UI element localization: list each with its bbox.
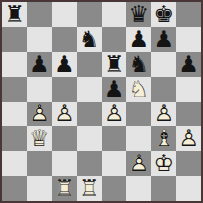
square-h2[interactable] — [176, 151, 201, 176]
square-g2[interactable]: ♚♔ — [151, 151, 176, 176]
square-g3[interactable]: ♝♗ — [151, 126, 176, 151]
white-pawn-outline: ♙ — [129, 152, 150, 175]
square-a1[interactable] — [2, 176, 27, 201]
white-pawn[interactable]: ♟♙ — [104, 102, 125, 125]
black-pawn[interactable]: ♟ — [129, 28, 150, 51]
square-b4[interactable]: ♟♙ — [27, 102, 52, 127]
square-f1[interactable] — [126, 176, 151, 201]
square-d1[interactable]: ♜♖ — [77, 176, 102, 201]
white-rook[interactable]: ♜♖ — [54, 177, 75, 200]
square-b7[interactable] — [27, 27, 52, 52]
square-g7[interactable]: ♟ — [151, 27, 176, 52]
square-e4[interactable]: ♟♙ — [102, 102, 127, 127]
square-a6[interactable] — [2, 52, 27, 77]
white-pawn[interactable]: ♟♙ — [153, 102, 174, 125]
square-c5[interactable] — [52, 77, 77, 102]
white-pawn-outline: ♙ — [104, 102, 125, 125]
square-d7[interactable]: ♞ — [77, 27, 102, 52]
square-c7[interactable] — [52, 27, 77, 52]
white-rook-outline: ♖ — [54, 177, 75, 200]
black-queen[interactable]: ♛ — [129, 3, 150, 26]
white-queen[interactable]: ♛♕ — [29, 127, 50, 150]
white-rook-outline: ♖ — [79, 177, 100, 200]
white-bishop[interactable]: ♝♗ — [153, 127, 174, 150]
square-f6[interactable]: ♞ — [126, 52, 151, 77]
square-c3[interactable] — [52, 126, 77, 151]
square-g1[interactable] — [151, 176, 176, 201]
square-e8[interactable] — [102, 2, 127, 27]
square-b8[interactable] — [27, 2, 52, 27]
white-pawn-outline: ♙ — [54, 102, 75, 125]
square-c6[interactable]: ♟ — [52, 52, 77, 77]
square-a7[interactable] — [2, 27, 27, 52]
white-knight[interactable]: ♞♘ — [129, 78, 150, 101]
white-king[interactable]: ♚♔ — [153, 152, 174, 175]
white-king-outline: ♔ — [153, 152, 174, 175]
square-d8[interactable] — [77, 2, 102, 27]
square-b5[interactable] — [27, 77, 52, 102]
square-d6[interactable] — [77, 52, 102, 77]
square-b3[interactable]: ♛♕ — [27, 126, 52, 151]
square-g4[interactable]: ♟♙ — [151, 102, 176, 127]
square-h7[interactable] — [176, 27, 201, 52]
square-b6[interactable]: ♟ — [27, 52, 52, 77]
square-a5[interactable] — [2, 77, 27, 102]
square-h8[interactable] — [176, 2, 201, 27]
black-king[interactable]: ♚ — [153, 3, 174, 26]
white-pawn[interactable]: ♟♙ — [54, 102, 75, 125]
black-pawn[interactable]: ♟ — [178, 53, 199, 76]
square-h3[interactable]: ♟♙ — [176, 126, 201, 151]
square-c2[interactable] — [52, 151, 77, 176]
square-h4[interactable] — [176, 102, 201, 127]
square-g8[interactable]: ♚ — [151, 2, 176, 27]
square-b1[interactable] — [27, 176, 52, 201]
black-knight[interactable]: ♞ — [129, 53, 150, 76]
white-pawn-outline: ♙ — [153, 102, 174, 125]
square-f4[interactable] — [126, 102, 151, 127]
square-c4[interactable]: ♟♙ — [52, 102, 77, 127]
square-g6[interactable] — [151, 52, 176, 77]
square-f8[interactable]: ♛ — [126, 2, 151, 27]
square-h6[interactable]: ♟ — [176, 52, 201, 77]
white-pawn[interactable]: ♟♙ — [178, 127, 199, 150]
square-a4[interactable] — [2, 102, 27, 127]
white-pawn-outline: ♙ — [178, 127, 199, 150]
square-e5[interactable]: ♟ — [102, 77, 127, 102]
square-g5[interactable] — [151, 77, 176, 102]
square-e2[interactable] — [102, 151, 127, 176]
square-e1[interactable] — [102, 176, 127, 201]
square-f5[interactable]: ♞♘ — [126, 77, 151, 102]
square-h1[interactable] — [176, 176, 201, 201]
square-d5[interactable] — [77, 77, 102, 102]
black-pawn[interactable]: ♟ — [29, 53, 50, 76]
black-pawn[interactable]: ♟ — [54, 53, 75, 76]
square-a3[interactable] — [2, 126, 27, 151]
black-pawn[interactable]: ♟ — [153, 28, 174, 51]
white-pawn-outline: ♙ — [29, 102, 50, 125]
square-c1[interactable]: ♜♖ — [52, 176, 77, 201]
white-bishop-outline: ♗ — [153, 127, 174, 150]
square-f3[interactable] — [126, 126, 151, 151]
square-e3[interactable] — [102, 126, 127, 151]
square-d3[interactable] — [77, 126, 102, 151]
square-c8[interactable] — [52, 2, 77, 27]
white-pawn[interactable]: ♟♙ — [129, 152, 150, 175]
square-h5[interactable] — [176, 77, 201, 102]
square-d4[interactable] — [77, 102, 102, 127]
white-knight-outline: ♘ — [129, 78, 150, 101]
black-rook[interactable]: ♜ — [4, 3, 25, 26]
black-knight[interactable]: ♞ — [79, 28, 100, 51]
square-d2[interactable] — [77, 151, 102, 176]
square-a8[interactable]: ♜ — [2, 2, 27, 27]
white-pawn[interactable]: ♟♙ — [29, 102, 50, 125]
square-f2[interactable]: ♟♙ — [126, 151, 151, 176]
white-rook[interactable]: ♜♖ — [79, 177, 100, 200]
square-a2[interactable] — [2, 151, 27, 176]
chess-board: ♜♛♚♞♟♟♟♟♜♞♟♟♞♘♟♙♟♙♟♙♟♙♛♕♝♗♟♙♟♙♚♔♜♖♜♖ — [0, 0, 203, 203]
square-e7[interactable] — [102, 27, 127, 52]
chess-position-screenshot: ♜♛♚♞♟♟♟♟♜♞♟♟♞♘♟♙♟♙♟♙♟♙♛♕♝♗♟♙♟♙♚♔♜♖♜♖ — [0, 0, 203, 203]
square-f7[interactable]: ♟ — [126, 27, 151, 52]
square-e6[interactable]: ♜ — [102, 52, 127, 77]
white-queen-outline: ♕ — [29, 127, 50, 150]
black-pawn[interactable]: ♟ — [104, 78, 125, 101]
black-rook[interactable]: ♜ — [104, 53, 125, 76]
square-b2[interactable] — [27, 151, 52, 176]
